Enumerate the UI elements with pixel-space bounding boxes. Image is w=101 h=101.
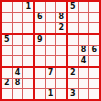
- cell-r8c7[interactable]: [68, 79, 78, 89]
- cell-r7c1[interactable]: [2, 68, 12, 78]
- cell-r8c4[interactable]: [35, 79, 45, 89]
- cell-r4c5[interactable]: [46, 35, 56, 45]
- cell-r3c3[interactable]: [23, 23, 33, 33]
- cell-r2c2[interactable]: [13, 13, 23, 23]
- cell-r4c7[interactable]: [68, 35, 78, 45]
- box-2: 682: [35, 2, 66, 33]
- cell-r9c4[interactable]: [35, 89, 45, 99]
- cell-r5c9[interactable]: 6: [89, 46, 99, 56]
- cell-r1c3[interactable]: 1: [23, 2, 33, 12]
- cell-r9c5[interactable]: 1: [46, 89, 56, 99]
- box-6: 864: [68, 35, 99, 66]
- cell-r6c2[interactable]: [13, 56, 23, 66]
- cell-r3c1[interactable]: [2, 23, 12, 33]
- cell-r6c7[interactable]: [68, 56, 78, 66]
- cell-r9c6[interactable]: [56, 89, 66, 99]
- cell-r4c8[interactable]: [79, 35, 89, 45]
- cell-r2c9[interactable]: [89, 13, 99, 23]
- cell-r5c1[interactable]: [2, 46, 12, 56]
- cell-r2c7[interactable]: [68, 13, 78, 23]
- box-5: 9: [35, 35, 66, 66]
- cell-r7c4[interactable]: [35, 68, 45, 78]
- cell-r6c5[interactable]: [46, 56, 56, 66]
- box-3: 5: [68, 2, 99, 33]
- cell-r1c7[interactable]: 5: [68, 2, 78, 12]
- cell-r7c7[interactable]: 2: [68, 68, 78, 78]
- cell-r3c4[interactable]: [35, 23, 45, 33]
- box-7: 428: [2, 68, 33, 99]
- cell-r5c3[interactable]: [23, 46, 33, 56]
- cell-r2c6[interactable]: 8: [56, 13, 66, 23]
- cell-r8c6[interactable]: [56, 79, 66, 89]
- cell-r6c8[interactable]: 4: [79, 56, 89, 66]
- cell-r3c7[interactable]: [68, 23, 78, 33]
- cell-r2c8[interactable]: [79, 13, 89, 23]
- cell-r5c7[interactable]: [68, 46, 78, 56]
- cell-r3c5[interactable]: [46, 23, 56, 33]
- cell-r9c2[interactable]: [13, 89, 23, 99]
- cell-r8c2[interactable]: 8: [13, 79, 23, 89]
- cell-r5c5[interactable]: [46, 46, 56, 56]
- cell-r5c8[interactable]: 8: [79, 46, 89, 56]
- cell-r3c2[interactable]: [13, 23, 23, 33]
- cell-r6c3[interactable]: [23, 56, 33, 66]
- cell-r9c8[interactable]: [79, 89, 89, 99]
- cell-r9c1[interactable]: [2, 89, 12, 99]
- cell-r6c4[interactable]: [35, 56, 45, 66]
- cell-r1c9[interactable]: [89, 2, 99, 12]
- cell-r6c1[interactable]: [2, 56, 12, 66]
- cell-r7c2[interactable]: 4: [13, 68, 23, 78]
- cell-r7c9[interactable]: [89, 68, 99, 78]
- cell-r1c2[interactable]: [13, 2, 23, 12]
- cell-r9c7[interactable]: 3: [68, 89, 78, 99]
- cell-r7c5[interactable]: 7: [46, 68, 56, 78]
- box-4: 5: [2, 35, 33, 66]
- cell-r8c5[interactable]: [46, 79, 56, 89]
- cell-r4c6[interactable]: [56, 35, 66, 45]
- cell-r4c3[interactable]: [23, 35, 33, 45]
- box-8: 71: [35, 68, 66, 99]
- cell-r7c8[interactable]: [79, 68, 89, 78]
- cell-r4c2[interactable]: [13, 35, 23, 45]
- cell-r1c4[interactable]: [35, 2, 45, 12]
- box-9: 23: [68, 68, 99, 99]
- cell-r4c4[interactable]: 9: [35, 35, 45, 45]
- cell-r2c4[interactable]: 6: [35, 13, 45, 23]
- cell-r3c6[interactable]: 2: [56, 23, 66, 33]
- cell-r5c4[interactable]: [35, 46, 45, 56]
- box-1: 1: [2, 2, 33, 33]
- cell-r2c3[interactable]: [23, 13, 33, 23]
- cell-r8c1[interactable]: 2: [2, 79, 12, 89]
- cell-r4c9[interactable]: [89, 35, 99, 45]
- cell-r2c5[interactable]: [46, 13, 56, 23]
- cell-r3c9[interactable]: [89, 23, 99, 33]
- cell-r7c6[interactable]: [56, 68, 66, 78]
- cell-r1c8[interactable]: [79, 2, 89, 12]
- cell-r2c1[interactable]: [2, 13, 12, 23]
- cell-r6c9[interactable]: [89, 56, 99, 66]
- cell-r5c2[interactable]: [13, 46, 23, 56]
- cell-r1c1[interactable]: [2, 2, 12, 12]
- cell-r9c9[interactable]: [89, 89, 99, 99]
- cell-r7c3[interactable]: [23, 68, 33, 78]
- cell-r8c9[interactable]: [89, 79, 99, 89]
- cell-r9c3[interactable]: [23, 89, 33, 99]
- cell-r6c6[interactable]: [56, 56, 66, 66]
- sudoku-board: 16825598644287123: [0, 0, 101, 101]
- cell-r1c5[interactable]: [46, 2, 56, 12]
- cell-r3c8[interactable]: [79, 23, 89, 33]
- cell-r8c3[interactable]: [23, 79, 33, 89]
- cell-r1c6[interactable]: [56, 2, 66, 12]
- cell-r8c8[interactable]: [79, 79, 89, 89]
- cell-r5c6[interactable]: [56, 46, 66, 56]
- cell-r4c1[interactable]: 5: [2, 35, 12, 45]
